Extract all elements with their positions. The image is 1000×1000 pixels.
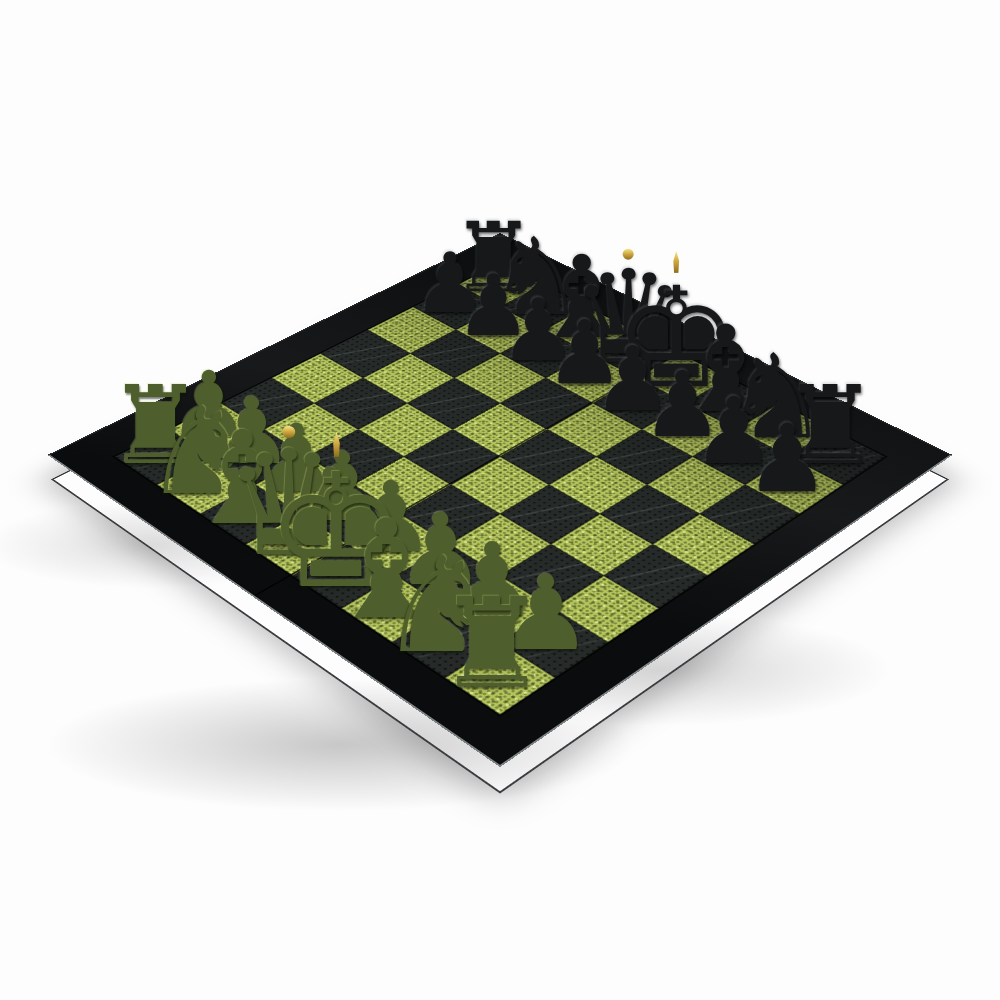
gold-ball-finial [282, 426, 294, 438]
pieces-layer: ♜♞♝♛♚♝♞♜♟♟♟♟♟♟♟♟♟♟♟♟♟♟♟♟♜♞♝♛♚♝♞♜ [0, 0, 1000, 1000]
piece-black-pawn-h7[interactable]: ♟ [745, 412, 829, 506]
piece-green-rook-h1[interactable]: ♜ [436, 582, 547, 706]
scene: ♜♞♝♛♚♝♞♜♟♟♟♟♟♟♟♟♟♟♟♟♟♟♟♟♜♞♝♛♚♝♞♜ [0, 0, 1000, 1000]
